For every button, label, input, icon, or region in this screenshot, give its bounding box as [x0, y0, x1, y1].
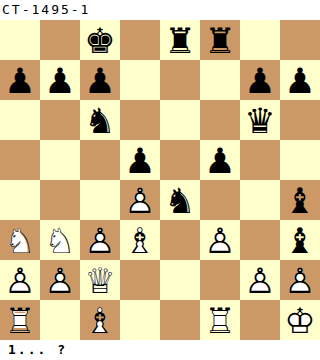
move-prompt: 1... ? [0, 340, 67, 360]
square-h7[interactable]: ♟ [280, 60, 320, 100]
square-d6[interactable] [120, 100, 160, 140]
square-d5[interactable]: ♟ [120, 140, 160, 180]
black-knight[interactable]: ♞ [160, 180, 200, 220]
square-a7[interactable]: ♟ [0, 60, 40, 100]
square-d8[interactable] [120, 20, 160, 60]
black-pawn[interactable]: ♟ [200, 140, 240, 180]
chess-puzzle-window: CT-1495-1 ♚♜♜♟♟♟♟♟♞♛♟♟♟♙♞♝♞♘♞♘♟♙♝♗♟♙♝♟♙♟… [0, 0, 320, 360]
square-b8[interactable] [40, 20, 80, 60]
piece-outline: ♖ [0, 300, 40, 340]
piece-outline: ♙ [80, 220, 120, 260]
piece-outline: ♗ [80, 300, 120, 340]
white-bishop[interactable]: ♝♗ [80, 300, 120, 340]
black-rook[interactable]: ♜ [200, 20, 240, 60]
square-d1[interactable] [120, 300, 160, 340]
square-b6[interactable] [40, 100, 80, 140]
white-pawn[interactable]: ♟♙ [200, 220, 240, 260]
square-a2[interactable]: ♟♙ [0, 260, 40, 300]
square-g8[interactable] [240, 20, 280, 60]
square-g7[interactable]: ♟ [240, 60, 280, 100]
piece-outline: ♙ [0, 260, 40, 300]
square-g1[interactable] [240, 300, 280, 340]
black-pawn[interactable]: ♟ [240, 60, 280, 100]
square-f1[interactable]: ♜♖ [200, 300, 240, 340]
square-e4[interactable]: ♞ [160, 180, 200, 220]
black-pawn[interactable]: ♟ [280, 60, 320, 100]
square-b5[interactable] [40, 140, 80, 180]
square-d2[interactable] [120, 260, 160, 300]
square-e2[interactable] [160, 260, 200, 300]
piece-glyph: ♟ [200, 140, 240, 180]
square-f7[interactable] [200, 60, 240, 100]
black-king[interactable]: ♚ [80, 20, 120, 60]
square-a8[interactable] [0, 20, 40, 60]
piece-glyph: ♞ [160, 180, 200, 220]
square-c1[interactable]: ♝♗ [80, 300, 120, 340]
square-b2[interactable]: ♟♙ [40, 260, 80, 300]
square-c2[interactable]: ♛♕ [80, 260, 120, 300]
white-queen[interactable]: ♛♕ [80, 260, 120, 300]
black-queen[interactable]: ♛ [240, 100, 280, 140]
square-f4[interactable] [200, 180, 240, 220]
square-c7[interactable]: ♟ [80, 60, 120, 100]
piece-outline: ♘ [0, 220, 40, 260]
square-c8[interactable]: ♚ [80, 20, 120, 60]
square-h1[interactable]: ♚♔ [280, 300, 320, 340]
square-g2[interactable]: ♟♙ [240, 260, 280, 300]
piece-glyph: ♛ [240, 100, 280, 140]
square-c3[interactable]: ♟♙ [80, 220, 120, 260]
square-h4[interactable]: ♝ [280, 180, 320, 220]
white-pawn[interactable]: ♟♙ [40, 260, 80, 300]
square-h2[interactable]: ♟♙ [280, 260, 320, 300]
black-knight[interactable]: ♞ [80, 100, 120, 140]
square-a1[interactable]: ♜♖ [0, 300, 40, 340]
square-f2[interactable] [200, 260, 240, 300]
white-knight[interactable]: ♞♘ [40, 220, 80, 260]
white-rook[interactable]: ♜♖ [200, 300, 240, 340]
piece-outline: ♙ [240, 260, 280, 300]
white-pawn[interactable]: ♟♙ [280, 260, 320, 300]
piece-outline: ♘ [40, 220, 80, 260]
square-f3[interactable]: ♟♙ [200, 220, 240, 260]
square-a6[interactable] [0, 100, 40, 140]
square-b4[interactable] [40, 180, 80, 220]
piece-outline: ♙ [280, 260, 320, 300]
piece-outline: ♗ [120, 220, 160, 260]
piece-glyph: ♟ [40, 60, 80, 100]
square-d4[interactable]: ♟♙ [120, 180, 160, 220]
square-a4[interactable] [0, 180, 40, 220]
puzzle-title: CT-1495-1 [0, 0, 90, 20]
piece-glyph: ♜ [160, 20, 200, 60]
square-c6[interactable]: ♞ [80, 100, 120, 140]
piece-glyph: ♟ [0, 60, 40, 100]
square-f5[interactable]: ♟ [200, 140, 240, 180]
white-pawn[interactable]: ♟♙ [120, 180, 160, 220]
square-h3[interactable]: ♝ [280, 220, 320, 260]
piece-glyph: ♟ [120, 140, 160, 180]
square-d3[interactable]: ♝♗ [120, 220, 160, 260]
black-pawn[interactable]: ♟ [0, 60, 40, 100]
square-a3[interactable]: ♞♘ [0, 220, 40, 260]
square-e3[interactable] [160, 220, 200, 260]
square-e5[interactable] [160, 140, 200, 180]
square-c4[interactable] [80, 180, 120, 220]
piece-outline: ♙ [120, 180, 160, 220]
title-bar: CT-1495-1 [0, 0, 320, 20]
piece-outline: ♙ [40, 260, 80, 300]
square-d7[interactable] [120, 60, 160, 100]
square-g6[interactable]: ♛ [240, 100, 280, 140]
square-b3[interactable]: ♞♘ [40, 220, 80, 260]
square-f6[interactable] [200, 100, 240, 140]
square-e1[interactable] [160, 300, 200, 340]
piece-outline: ♖ [200, 300, 240, 340]
square-e8[interactable]: ♜ [160, 20, 200, 60]
white-pawn[interactable]: ♟♙ [0, 260, 40, 300]
square-e6[interactable] [160, 100, 200, 140]
white-bishop[interactable]: ♝♗ [120, 220, 160, 260]
piece-glyph: ♝ [280, 180, 320, 220]
piece-glyph: ♜ [200, 20, 240, 60]
piece-outline: ♔ [280, 300, 320, 340]
square-f8[interactable]: ♜ [200, 20, 240, 60]
square-c5[interactable] [80, 140, 120, 180]
piece-glyph: ♟ [80, 60, 120, 100]
square-a5[interactable] [0, 140, 40, 180]
black-rook[interactable]: ♜ [160, 20, 200, 60]
black-pawn[interactable]: ♟ [80, 60, 120, 100]
piece-glyph: ♚ [80, 20, 120, 60]
square-h5[interactable] [280, 140, 320, 180]
square-e7[interactable] [160, 60, 200, 100]
piece-outline: ♕ [80, 260, 120, 300]
white-pawn[interactable]: ♟♙ [80, 220, 120, 260]
white-pawn[interactable]: ♟♙ [240, 260, 280, 300]
black-bishop[interactable]: ♝ [280, 220, 320, 260]
white-king[interactable]: ♚♔ [280, 300, 320, 340]
piece-glyph: ♟ [240, 60, 280, 100]
square-b7[interactable]: ♟ [40, 60, 80, 100]
prompt-bar: 1... ? [0, 340, 320, 360]
white-knight[interactable]: ♞♘ [0, 220, 40, 260]
square-g5[interactable] [240, 140, 280, 180]
black-pawn[interactable]: ♟ [40, 60, 80, 100]
piece-glyph: ♟ [280, 60, 320, 100]
piece-glyph: ♝ [280, 220, 320, 260]
square-b1[interactable] [40, 300, 80, 340]
black-pawn[interactable]: ♟ [120, 140, 160, 180]
piece-glyph: ♞ [80, 100, 120, 140]
piece-outline: ♙ [200, 220, 240, 260]
black-bishop[interactable]: ♝ [280, 180, 320, 220]
white-rook[interactable]: ♜♖ [0, 300, 40, 340]
square-h8[interactable] [280, 20, 320, 60]
square-g4[interactable] [240, 180, 280, 220]
square-g3[interactable] [240, 220, 280, 260]
square-h6[interactable] [280, 100, 320, 140]
chess-board: ♚♜♜♟♟♟♟♟♞♛♟♟♟♙♞♝♞♘♞♘♟♙♝♗♟♙♝♟♙♟♙♛♕♟♙♟♙♜♖♝… [0, 20, 320, 340]
